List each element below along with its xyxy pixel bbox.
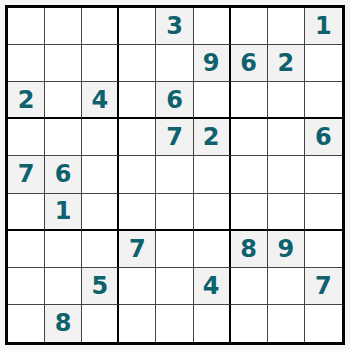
sudoku-cell-r6c3[interactable] (82, 194, 119, 231)
sudoku-cell-r3c5[interactable]: 6 (156, 82, 193, 119)
sudoku-cell-r5c5[interactable] (156, 156, 193, 193)
sudoku-cell-r6c8[interactable] (268, 194, 305, 231)
sudoku-cell-r4c7[interactable] (231, 119, 268, 156)
sudoku-cell-r9c2[interactable]: 8 (45, 305, 82, 342)
sudoku-cell-r8c5[interactable] (156, 268, 193, 305)
sudoku-cell-r8c7[interactable] (231, 268, 268, 305)
sudoku-cell-r5c1[interactable]: 7 (8, 156, 45, 193)
sudoku-page: 319622467267617895478 (0, 0, 350, 350)
sudoku-cell-r8c1[interactable] (8, 268, 45, 305)
sudoku-cell-r7c1[interactable] (8, 231, 45, 268)
sudoku-cell-r2c7[interactable]: 6 (231, 45, 268, 82)
sudoku-cell-r8c9[interactable]: 7 (305, 268, 342, 305)
sudoku-cell-r4c2[interactable] (45, 119, 82, 156)
sudoku-cell-r1c2[interactable] (45, 8, 82, 45)
sudoku-cell-r3c2[interactable] (45, 82, 82, 119)
sudoku-cell-r6c7[interactable] (231, 194, 268, 231)
sudoku-cell-r2c2[interactable] (45, 45, 82, 82)
sudoku-cell-r6c4[interactable] (119, 194, 156, 231)
sudoku-cell-r4c3[interactable] (82, 119, 119, 156)
sudoku-cell-r3c6[interactable] (194, 82, 231, 119)
sudoku-cell-r7c9[interactable] (305, 231, 342, 268)
sudoku-cell-r3c8[interactable] (268, 82, 305, 119)
sudoku-cell-r9c8[interactable] (268, 305, 305, 342)
sudoku-cell-r1c9[interactable]: 1 (305, 8, 342, 45)
sudoku-cell-r6c2[interactable]: 1 (45, 194, 82, 231)
sudoku-cell-r5c2[interactable]: 6 (45, 156, 82, 193)
sudoku-cell-r9c6[interactable] (194, 305, 231, 342)
sudoku-cell-r2c8[interactable]: 2 (268, 45, 305, 82)
sudoku-cell-r6c5[interactable] (156, 194, 193, 231)
sudoku-cell-r2c5[interactable] (156, 45, 193, 82)
sudoku-cell-r4c9[interactable]: 6 (305, 119, 342, 156)
sudoku-cell-r1c1[interactable] (8, 8, 45, 45)
sudoku-cell-r3c7[interactable] (231, 82, 268, 119)
sudoku-cell-r1c8[interactable] (268, 8, 305, 45)
sudoku-cell-r9c9[interactable] (305, 305, 342, 342)
sudoku-cell-r5c9[interactable] (305, 156, 342, 193)
sudoku-cell-r9c4[interactable] (119, 305, 156, 342)
sudoku-cell-r4c6[interactable]: 2 (194, 119, 231, 156)
sudoku-cell-r4c1[interactable] (8, 119, 45, 156)
sudoku-cell-r6c6[interactable] (194, 194, 231, 231)
sudoku-cell-r2c1[interactable] (8, 45, 45, 82)
sudoku-cell-r9c3[interactable] (82, 305, 119, 342)
sudoku-cell-r3c3[interactable]: 4 (82, 82, 119, 119)
sudoku-cell-r1c6[interactable] (194, 8, 231, 45)
sudoku-cell-r7c4[interactable]: 7 (119, 231, 156, 268)
sudoku-cell-r8c8[interactable] (268, 268, 305, 305)
sudoku-cell-r2c9[interactable] (305, 45, 342, 82)
sudoku-cell-r6c9[interactable] (305, 194, 342, 231)
sudoku-board: 319622467267617895478 (5, 5, 345, 345)
sudoku-cell-r2c4[interactable] (119, 45, 156, 82)
sudoku-cell-r8c2[interactable] (45, 268, 82, 305)
sudoku-cell-r5c6[interactable] (194, 156, 231, 193)
sudoku-cell-r3c4[interactable] (119, 82, 156, 119)
sudoku-cell-r5c7[interactable] (231, 156, 268, 193)
sudoku-cell-r4c4[interactable] (119, 119, 156, 156)
sudoku-cell-r4c8[interactable] (268, 119, 305, 156)
sudoku-cell-r2c6[interactable]: 9 (194, 45, 231, 82)
sudoku-cell-r7c8[interactable]: 9 (268, 231, 305, 268)
sudoku-cell-r7c2[interactable] (45, 231, 82, 268)
sudoku-cell-r9c1[interactable] (8, 305, 45, 342)
sudoku-cell-r9c7[interactable] (231, 305, 268, 342)
sudoku-cell-r5c3[interactable] (82, 156, 119, 193)
sudoku-cell-r6c1[interactable] (8, 194, 45, 231)
sudoku-cell-r3c9[interactable] (305, 82, 342, 119)
sudoku-cell-r8c3[interactable]: 5 (82, 268, 119, 305)
sudoku-cell-r1c7[interactable] (231, 8, 268, 45)
sudoku-cell-r8c6[interactable]: 4 (194, 268, 231, 305)
sudoku-cell-r8c4[interactable] (119, 268, 156, 305)
sudoku-cell-r4c5[interactable]: 7 (156, 119, 193, 156)
sudoku-cell-r5c4[interactable] (119, 156, 156, 193)
sudoku-cell-r9c5[interactable] (156, 305, 193, 342)
sudoku-cell-r7c5[interactable] (156, 231, 193, 268)
sudoku-cell-r3c1[interactable]: 2 (8, 82, 45, 119)
sudoku-cell-r2c3[interactable] (82, 45, 119, 82)
sudoku-cell-r7c6[interactable] (194, 231, 231, 268)
sudoku-cell-r7c3[interactable] (82, 231, 119, 268)
sudoku-cell-r1c5[interactable]: 3 (156, 8, 193, 45)
sudoku-cell-r5c8[interactable] (268, 156, 305, 193)
sudoku-cell-r7c7[interactable]: 8 (231, 231, 268, 268)
sudoku-cell-r1c3[interactable] (82, 8, 119, 45)
sudoku-cell-r1c4[interactable] (119, 8, 156, 45)
